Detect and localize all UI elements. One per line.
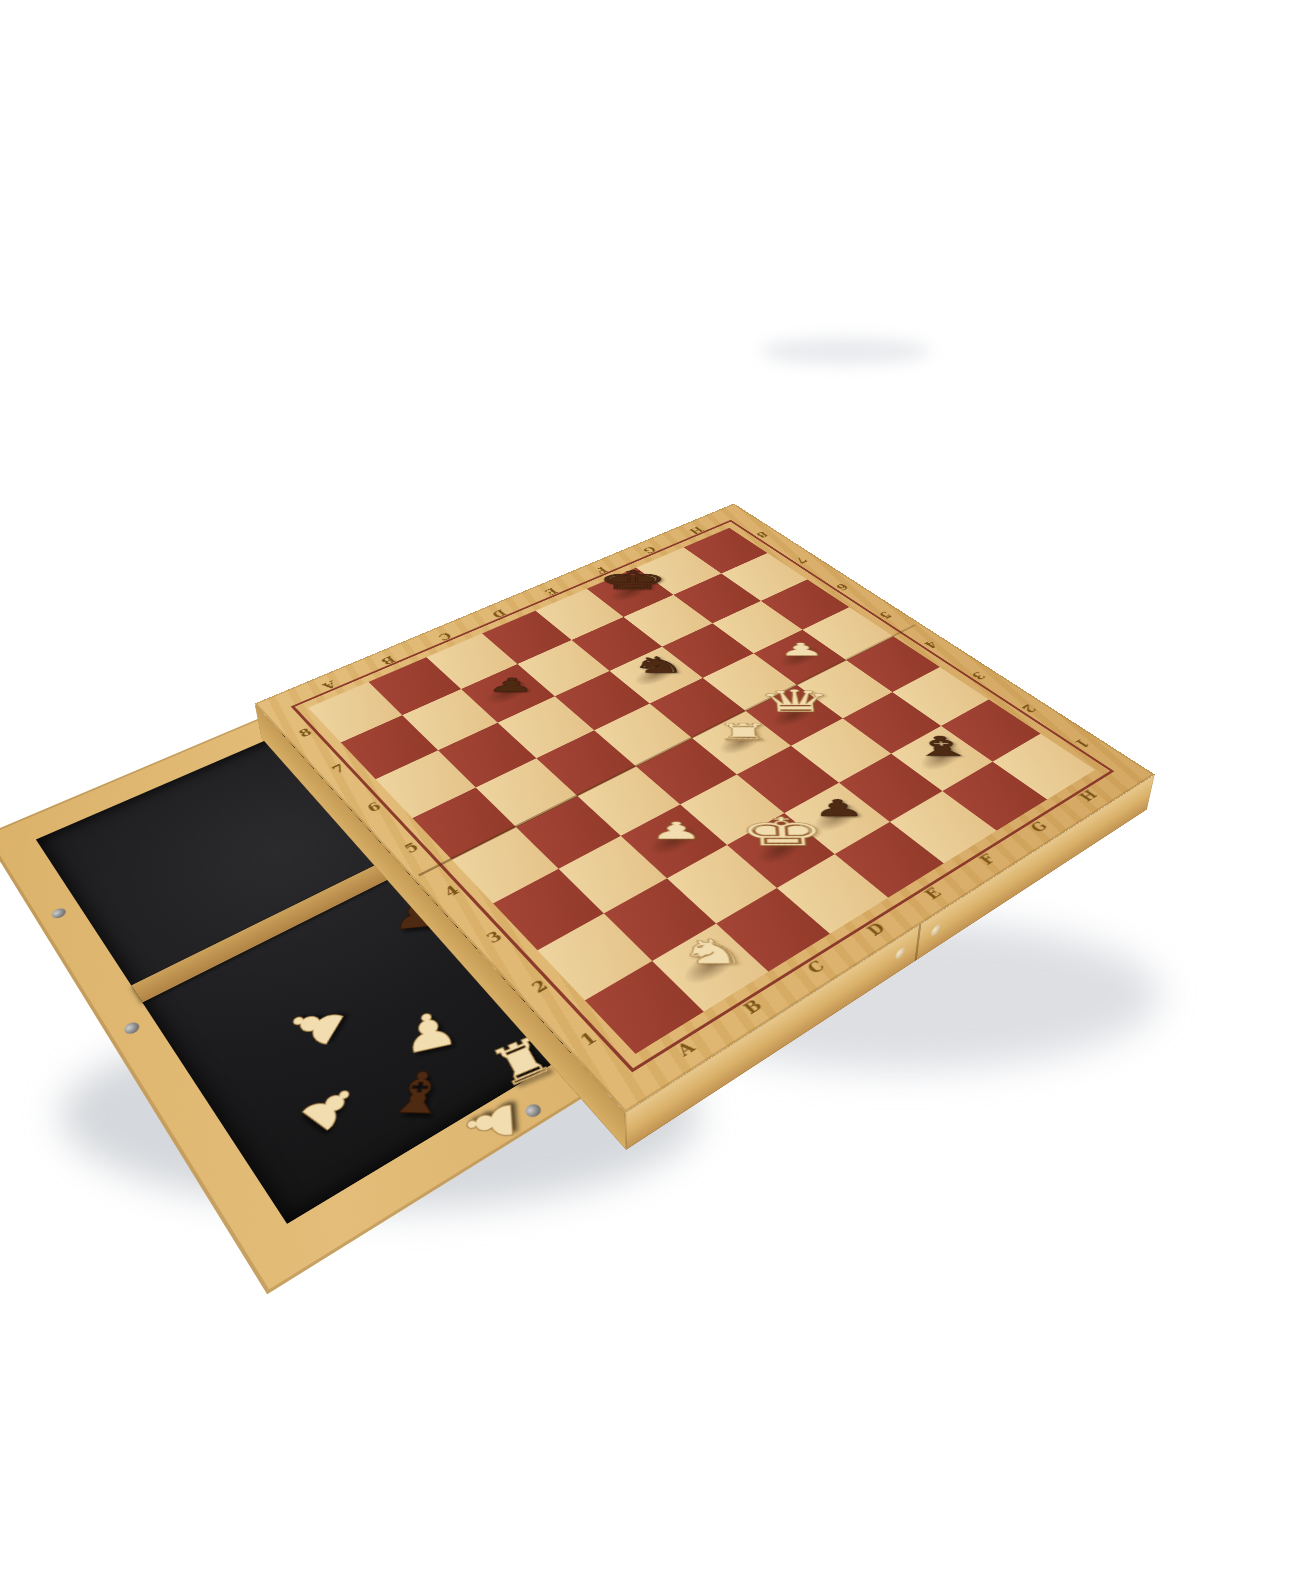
product-photo-canvas: ♟♟♛♟♜♞♟♝♟♝♟♞♟♟ ♜ AABBCCDDEEFFGGHH1122334…	[0, 0, 1300, 1589]
black-pawn-glyph: ♟	[486, 676, 537, 695]
black-knight-glyph: ♞	[629, 654, 687, 676]
white-rook-glyph: ♜	[714, 721, 772, 744]
board-fold-seam-side	[914, 923, 921, 961]
rank-label-near-8: 8	[290, 723, 320, 743]
white-pawn-glyph: ♟	[777, 641, 826, 659]
file-label-far-B: B	[374, 651, 402, 668]
white-queen-glyph: ♛	[756, 686, 836, 717]
scene-3d-stage: ♟♟♛♟♜♞♟♝♟♝♟♞♟♟ ♜ AABBCCDDEEFFGGHH1122334…	[0, 0, 1300, 1589]
black-king-glyph: ♚	[596, 567, 669, 593]
file-label-far-D: D	[485, 605, 513, 621]
hinge-magnet-icon	[895, 945, 906, 961]
hinge-magnet-icon	[931, 922, 942, 938]
